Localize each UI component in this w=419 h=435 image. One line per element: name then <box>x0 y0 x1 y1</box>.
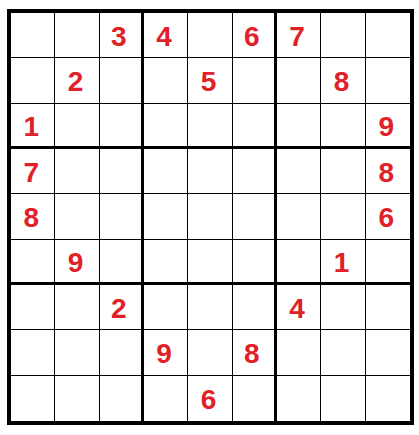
cell-r7c9[interactable] <box>366 285 410 330</box>
cell-r7c8[interactable] <box>321 285 365 330</box>
cell-r6c3[interactable] <box>100 240 144 285</box>
cell-r4c9[interactable]: 8 <box>366 149 410 194</box>
cell-r8c3[interactable] <box>100 330 144 375</box>
cell-r1c4[interactable]: 4 <box>144 13 188 58</box>
cell-r8c4[interactable]: 9 <box>144 330 188 375</box>
cell-r2c6[interactable] <box>233 58 277 103</box>
cell-r9c3[interactable] <box>100 376 144 421</box>
cell-r9c8[interactable] <box>321 376 365 421</box>
given-digit: 7 <box>23 159 39 187</box>
cell-r7c2[interactable] <box>55 285 99 330</box>
cell-r1c6[interactable]: 6 <box>233 13 277 58</box>
given-digit: 3 <box>111 23 127 51</box>
cell-r4c8[interactable] <box>321 149 365 194</box>
given-digit: 9 <box>379 113 395 141</box>
cell-r4c3[interactable] <box>100 149 144 194</box>
cell-r8c1[interactable] <box>11 330 55 375</box>
given-digit: 2 <box>111 295 127 323</box>
cell-r8c7[interactable] <box>277 330 321 375</box>
cell-r5c1[interactable]: 8 <box>11 194 55 239</box>
cell-r6c9[interactable] <box>366 240 410 285</box>
cell-r9c6[interactable] <box>233 376 277 421</box>
cell-r4c7[interactable] <box>277 149 321 194</box>
cell-r9c9[interactable] <box>366 376 410 421</box>
cell-r5c8[interactable] <box>321 194 365 239</box>
given-digit: 6 <box>379 204 395 232</box>
cell-r1c9[interactable] <box>366 13 410 58</box>
cell-r3c3[interactable] <box>100 104 144 149</box>
cell-r8c2[interactable] <box>55 330 99 375</box>
given-digit: 6 <box>201 386 217 414</box>
cell-r3c8[interactable] <box>321 104 365 149</box>
cell-r3c5[interactable] <box>188 104 232 149</box>
cell-r9c2[interactable] <box>55 376 99 421</box>
cell-r3c6[interactable] <box>233 104 277 149</box>
cell-r2c1[interactable] <box>11 58 55 103</box>
cell-r7c3[interactable]: 2 <box>100 285 144 330</box>
cell-r8c8[interactable] <box>321 330 365 375</box>
cell-r8c5[interactable] <box>188 330 232 375</box>
given-digit: 1 <box>23 113 39 141</box>
given-digit: 8 <box>23 204 39 232</box>
cell-r7c6[interactable] <box>233 285 277 330</box>
cell-r1c2[interactable] <box>55 13 99 58</box>
cell-r1c5[interactable] <box>188 13 232 58</box>
cell-r2c5[interactable]: 5 <box>188 58 232 103</box>
cell-r2c2[interactable]: 2 <box>55 58 99 103</box>
cell-r9c4[interactable] <box>144 376 188 421</box>
cell-r6c4[interactable] <box>144 240 188 285</box>
cell-r1c7[interactable]: 7 <box>277 13 321 58</box>
cell-r6c7[interactable] <box>277 240 321 285</box>
cell-r3c7[interactable] <box>277 104 321 149</box>
cell-r2c3[interactable] <box>100 58 144 103</box>
given-digit: 5 <box>201 68 217 96</box>
cell-r4c6[interactable] <box>233 149 277 194</box>
cell-r6c5[interactable] <box>188 240 232 285</box>
cell-r5c4[interactable] <box>144 194 188 239</box>
cell-r6c2[interactable]: 9 <box>55 240 99 285</box>
cell-r6c6[interactable] <box>233 240 277 285</box>
given-digit: 8 <box>244 340 260 368</box>
cell-r8c6[interactable]: 8 <box>233 330 277 375</box>
cell-r4c1[interactable]: 7 <box>11 149 55 194</box>
given-digit: 1 <box>334 249 350 277</box>
cell-r2c4[interactable] <box>144 58 188 103</box>
given-digit: 9 <box>156 340 172 368</box>
cell-r3c4[interactable] <box>144 104 188 149</box>
given-digit: 8 <box>334 68 350 96</box>
cell-r6c8[interactable]: 1 <box>321 240 365 285</box>
cell-r5c3[interactable] <box>100 194 144 239</box>
sudoku-board: 34672581978869124986 <box>7 9 414 425</box>
cell-r2c9[interactable] <box>366 58 410 103</box>
cell-r9c7[interactable] <box>277 376 321 421</box>
cell-r5c9[interactable]: 6 <box>366 194 410 239</box>
cell-r9c1[interactable] <box>11 376 55 421</box>
cell-r5c5[interactable] <box>188 194 232 239</box>
cell-r6c1[interactable] <box>11 240 55 285</box>
cell-r7c7[interactable]: 4 <box>277 285 321 330</box>
cell-r5c7[interactable] <box>277 194 321 239</box>
cell-r3c1[interactable]: 1 <box>11 104 55 149</box>
given-digit: 4 <box>289 295 305 323</box>
cell-r7c1[interactable] <box>11 285 55 330</box>
given-digit: 9 <box>68 249 84 277</box>
cell-r2c8[interactable]: 8 <box>321 58 365 103</box>
cell-r8c9[interactable] <box>366 330 410 375</box>
given-digit: 7 <box>289 23 305 51</box>
given-digit: 4 <box>156 23 172 51</box>
cell-r9c5[interactable]: 6 <box>188 376 232 421</box>
cell-r1c3[interactable]: 3 <box>100 13 144 58</box>
cell-r1c1[interactable] <box>11 13 55 58</box>
cell-r5c6[interactable] <box>233 194 277 239</box>
cell-r4c5[interactable] <box>188 149 232 194</box>
cell-r7c5[interactable] <box>188 285 232 330</box>
cell-r3c2[interactable] <box>55 104 99 149</box>
given-digit: 8 <box>379 159 395 187</box>
cell-r1c8[interactable] <box>321 13 365 58</box>
cell-r7c4[interactable] <box>144 285 188 330</box>
cell-r5c2[interactable] <box>55 194 99 239</box>
cell-r4c2[interactable] <box>55 149 99 194</box>
cell-r3c9[interactable]: 9 <box>366 104 410 149</box>
given-digit: 6 <box>244 23 260 51</box>
cell-r2c7[interactable] <box>277 58 321 103</box>
given-digit: 2 <box>68 68 84 96</box>
cell-r4c4[interactable] <box>144 149 188 194</box>
